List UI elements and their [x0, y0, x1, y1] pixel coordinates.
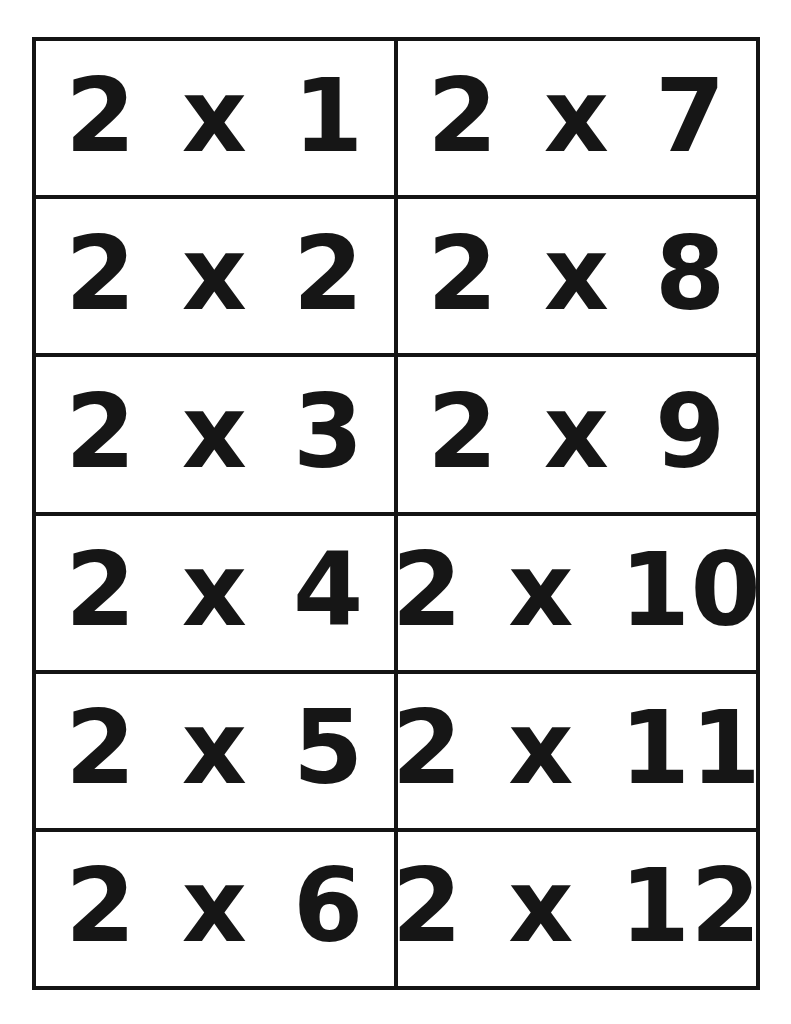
flash-card-2x3: 2 x 3: [36, 357, 394, 511]
flash-card-label: 2 x 2: [65, 224, 364, 325]
flash-card-2x8: 2 x 8: [398, 199, 756, 353]
flash-card-label: 2 x 12: [398, 856, 756, 957]
flash-card-2x1: 2 x 1: [36, 41, 394, 195]
flash-card-label: 2 x 10: [398, 540, 756, 641]
flash-card-label: 2 x 8: [427, 224, 726, 325]
flash-card-2x4: 2 x 4: [36, 516, 394, 670]
flash-card-label: 2 x 5: [65, 698, 364, 799]
flash-card-2x12: 2 x 12: [398, 832, 756, 986]
flash-card-label: 2 x 3: [65, 382, 364, 483]
flash-card-2x5: 2 x 5: [36, 674, 394, 828]
worksheet-page: 2 x 1 2 x 7 2 x 2 2 x 8 2 x 3 2 x 9 2 x …: [0, 0, 791, 1024]
flash-card-label: 2 x 1: [65, 66, 364, 167]
flash-card-2x10: 2 x 10: [398, 516, 756, 670]
flash-card-label: 2 x 7: [427, 66, 726, 167]
flash-card-2x11: 2 x 11: [398, 674, 756, 828]
flash-card-grid: 2 x 1 2 x 7 2 x 2 2 x 8 2 x 3 2 x 9 2 x …: [32, 37, 760, 990]
flash-card-label: 2 x 11: [398, 698, 756, 799]
flash-card-2x2: 2 x 2: [36, 199, 394, 353]
flash-card-label: 2 x 9: [427, 382, 726, 483]
flash-card-2x7: 2 x 7: [398, 41, 756, 195]
flash-card-2x6: 2 x 6: [36, 832, 394, 986]
flash-card-label: 2 x 6: [65, 856, 364, 957]
flash-card-label: 2 x 4: [65, 540, 364, 641]
flash-card-2x9: 2 x 9: [398, 357, 756, 511]
